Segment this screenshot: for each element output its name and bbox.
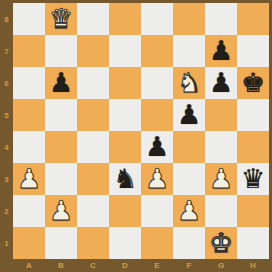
square-c3[interactable]	[77, 163, 109, 195]
square-f5[interactable]: ♟	[173, 99, 205, 131]
square-c7[interactable]	[77, 35, 109, 67]
square-a6[interactable]	[13, 67, 45, 99]
piece-black-knight-d3[interactable]: ♞	[109, 163, 141, 195]
square-f6[interactable]: ♞	[173, 67, 205, 99]
square-d3[interactable]: ♞	[109, 163, 141, 195]
square-d4[interactable]	[109, 131, 141, 163]
square-c2[interactable]	[77, 195, 109, 227]
square-b3[interactable]	[45, 163, 77, 195]
square-d6[interactable]	[109, 67, 141, 99]
file-label-f: F	[173, 259, 205, 272]
piece-white-pawn-e3[interactable]: ♟	[141, 163, 173, 195]
rank-label-4: 4	[0, 131, 13, 163]
file-labels: ABCDEFGH	[13, 259, 269, 272]
square-b5[interactable]	[45, 99, 77, 131]
square-h6[interactable]: ♚	[237, 67, 269, 99]
chess-board-widget: 87654321 ♛♟♟♞♟♚♟♟♟♞♟♟♛♟♟♚ ABCDEFGH	[0, 0, 272, 272]
square-f7[interactable]	[173, 35, 205, 67]
piece-white-pawn-a3[interactable]: ♟	[13, 163, 45, 195]
square-f4[interactable]	[173, 131, 205, 163]
file-label-h: H	[237, 259, 269, 272]
square-b7[interactable]	[45, 35, 77, 67]
square-a7[interactable]	[13, 35, 45, 67]
square-e5[interactable]	[141, 99, 173, 131]
square-g2[interactable]	[205, 195, 237, 227]
piece-black-pawn-g7[interactable]: ♟	[205, 35, 237, 67]
square-h4[interactable]	[237, 131, 269, 163]
piece-black-queen-h3[interactable]: ♛	[237, 163, 269, 195]
square-g4[interactable]	[205, 131, 237, 163]
piece-black-pawn-e4[interactable]: ♟	[141, 131, 173, 163]
file-label-b: B	[45, 259, 77, 272]
file-label-c: C	[77, 259, 109, 272]
rank-label-1: 1	[0, 227, 13, 259]
square-c8[interactable]	[77, 3, 109, 35]
file-label-d: D	[109, 259, 141, 272]
piece-white-pawn-b2[interactable]: ♟	[45, 195, 77, 227]
square-c6[interactable]	[77, 67, 109, 99]
rank-label-3: 3	[0, 163, 13, 195]
square-e7[interactable]	[141, 35, 173, 67]
rank-label-7: 7	[0, 35, 13, 67]
piece-black-pawn-g6[interactable]: ♟	[205, 67, 237, 99]
square-a1[interactable]	[13, 227, 45, 259]
square-c4[interactable]	[77, 131, 109, 163]
piece-black-pawn-f5[interactable]: ♟	[173, 99, 205, 131]
piece-white-knight-f6[interactable]: ♞	[173, 67, 205, 99]
square-h1[interactable]	[237, 227, 269, 259]
square-f8[interactable]	[173, 3, 205, 35]
square-e3[interactable]: ♟	[141, 163, 173, 195]
rank-label-8: 8	[0, 3, 13, 35]
rank-label-6: 6	[0, 67, 13, 99]
square-d2[interactable]	[109, 195, 141, 227]
square-d8[interactable]	[109, 3, 141, 35]
square-g7[interactable]: ♟	[205, 35, 237, 67]
square-e8[interactable]	[141, 3, 173, 35]
rank-label-5: 5	[0, 99, 13, 131]
square-h7[interactable]	[237, 35, 269, 67]
square-g8[interactable]	[205, 3, 237, 35]
piece-white-pawn-f2[interactable]: ♟	[173, 195, 205, 227]
square-h3[interactable]: ♛	[237, 163, 269, 195]
square-b1[interactable]	[45, 227, 77, 259]
square-f3[interactable]	[173, 163, 205, 195]
square-d7[interactable]	[109, 35, 141, 67]
file-label-e: E	[141, 259, 173, 272]
rank-labels: 87654321	[0, 3, 13, 259]
square-c1[interactable]	[77, 227, 109, 259]
square-f1[interactable]	[173, 227, 205, 259]
square-a3[interactable]: ♟	[13, 163, 45, 195]
square-c5[interactable]	[77, 99, 109, 131]
square-h8[interactable]	[237, 3, 269, 35]
square-g3[interactable]: ♟	[205, 163, 237, 195]
square-b6[interactable]: ♟	[45, 67, 77, 99]
piece-white-pawn-g3[interactable]: ♟	[205, 163, 237, 195]
rank-label-2: 2	[0, 195, 13, 227]
square-d1[interactable]	[109, 227, 141, 259]
square-a2[interactable]	[13, 195, 45, 227]
square-g5[interactable]	[205, 99, 237, 131]
piece-black-pawn-b6[interactable]: ♟	[45, 67, 77, 99]
square-e4[interactable]: ♟	[141, 131, 173, 163]
square-a5[interactable]	[13, 99, 45, 131]
square-a4[interactable]	[13, 131, 45, 163]
square-b8[interactable]: ♛	[45, 3, 77, 35]
file-label-a: A	[13, 259, 45, 272]
chess-board: ♛♟♟♞♟♚♟♟♟♞♟♟♛♟♟♚	[13, 3, 269, 259]
square-b4[interactable]	[45, 131, 77, 163]
square-e6[interactable]	[141, 67, 173, 99]
piece-black-king-h6[interactable]: ♚	[237, 67, 269, 99]
square-h2[interactable]	[237, 195, 269, 227]
square-b2[interactable]: ♟	[45, 195, 77, 227]
square-a8[interactable]	[13, 3, 45, 35]
square-e2[interactable]	[141, 195, 173, 227]
square-e1[interactable]	[141, 227, 173, 259]
piece-white-queen-b8[interactable]: ♛	[45, 3, 77, 35]
square-f2[interactable]: ♟	[173, 195, 205, 227]
square-g6[interactable]: ♟	[205, 67, 237, 99]
file-label-g: G	[205, 259, 237, 272]
square-d5[interactable]	[109, 99, 141, 131]
square-g1[interactable]: ♚	[205, 227, 237, 259]
piece-white-king-g1[interactable]: ♚	[205, 227, 237, 259]
square-h5[interactable]	[237, 99, 269, 131]
